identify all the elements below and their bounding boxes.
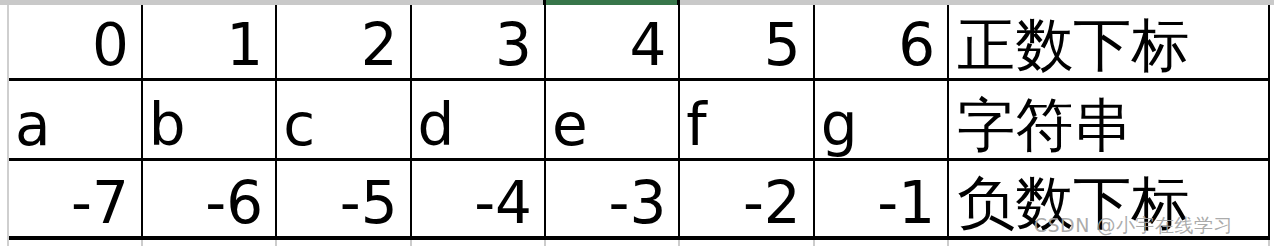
row-label-string[interactable]: 字符串 [949,81,1270,161]
cell-r0c6[interactable]: 6 [815,5,949,81]
cell-r0c3[interactable]: 3 [412,5,546,81]
gridline-stub [947,240,949,246]
cell-r1c0[interactable]: a [9,81,143,161]
cell-r2c2[interactable]: -5 [277,161,411,240]
gridline-stub [1268,240,1270,246]
cell-r1c3[interactable]: d [412,81,546,161]
cell-r2c6[interactable]: -1 [815,161,949,240]
gridline-stub [544,240,546,246]
cell-r1c6[interactable]: g [815,81,949,161]
cell-r2c1[interactable]: -6 [143,161,277,240]
string-index-table: 0 1 2 3 4 5 6 正数下标 a b c d e f g 字符串 -7 … [9,5,1270,240]
cell-r1c1[interactable]: b [143,81,277,161]
cell-r0c2[interactable]: 2 [277,5,411,81]
cell-r2c5[interactable]: -2 [680,161,814,240]
cell-r1c5[interactable]: f [680,81,814,161]
gridline-stub [410,240,412,246]
cell-r2c3[interactable]: -4 [412,161,546,240]
cell-r0c0[interactable]: 0 [9,5,143,81]
cell-r1c2[interactable]: c [277,81,411,161]
cell-r2c4[interactable]: -3 [546,161,680,240]
cell-r2c0[interactable]: -7 [9,161,143,240]
cell-r0c4[interactable]: 4 [546,5,680,81]
spreadsheet-region: 0 1 2 3 4 5 6 正数下标 a b c d e f g 字符串 -7 … [0,0,1274,246]
cell-r0c1[interactable]: 1 [143,5,277,81]
gridline-stub [813,240,815,246]
row-label-positive-index[interactable]: 正数下标 [949,5,1270,81]
gridline-stub [141,240,143,246]
gridline-stub [275,240,277,246]
cell-r1c4[interactable]: e [546,81,680,161]
csdn-watermark: CSDN @小宇在线学习 [1034,213,1233,239]
gridline-stub [678,240,680,246]
cell-r0c5[interactable]: 5 [680,5,814,81]
